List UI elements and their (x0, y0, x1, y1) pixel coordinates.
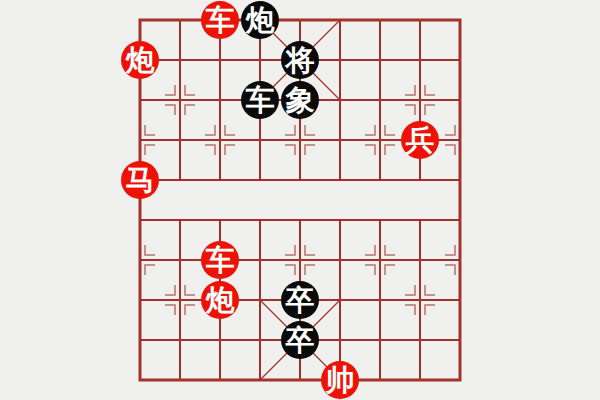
black-elephant[interactable]: 象 (281, 81, 319, 119)
xiangqi-board[interactable]: 车炮炮将车象兵马车炮卒卒帅 (0, 0, 600, 400)
red-chariot[interactable]: 车 (201, 241, 239, 279)
black-soldier[interactable]: 卒 (281, 321, 319, 359)
red-horse[interactable]: 马 (121, 161, 159, 199)
black-chariot[interactable]: 车 (241, 81, 279, 119)
black-soldier[interactable]: 卒 (281, 281, 319, 319)
red-general[interactable]: 帅 (321, 361, 359, 399)
black-cannon[interactable]: 炮 (241, 1, 279, 39)
red-cannon[interactable]: 炮 (201, 281, 239, 319)
red-chariot[interactable]: 车 (201, 1, 239, 39)
red-soldier[interactable]: 兵 (401, 121, 439, 159)
red-cannon[interactable]: 炮 (121, 41, 159, 79)
black-general[interactable]: 将 (281, 41, 319, 79)
